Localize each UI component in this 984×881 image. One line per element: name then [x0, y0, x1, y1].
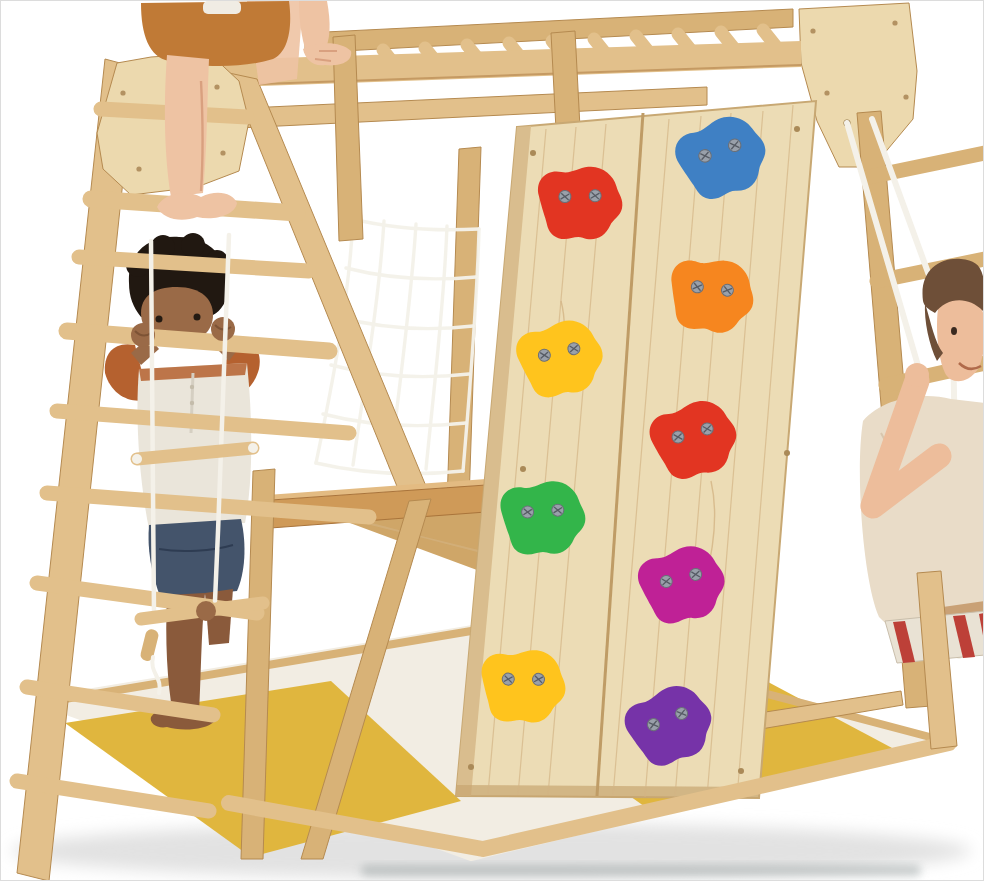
eye	[156, 316, 163, 323]
denim-shorts	[149, 519, 245, 599]
child-peeking	[105, 233, 260, 729]
underwear-hem	[203, 1, 241, 14]
left-frame-inner-leg	[229, 73, 433, 511]
eye	[194, 314, 201, 321]
hand-on-lower-rung	[196, 601, 216, 621]
climbing-gym-illustration	[1, 1, 984, 881]
right-gusset-panel	[799, 3, 917, 167]
eye	[951, 327, 957, 335]
product-photo	[0, 0, 984, 881]
fist-on-rope	[905, 363, 929, 387]
rope-ladder-toggle	[139, 628, 159, 662]
